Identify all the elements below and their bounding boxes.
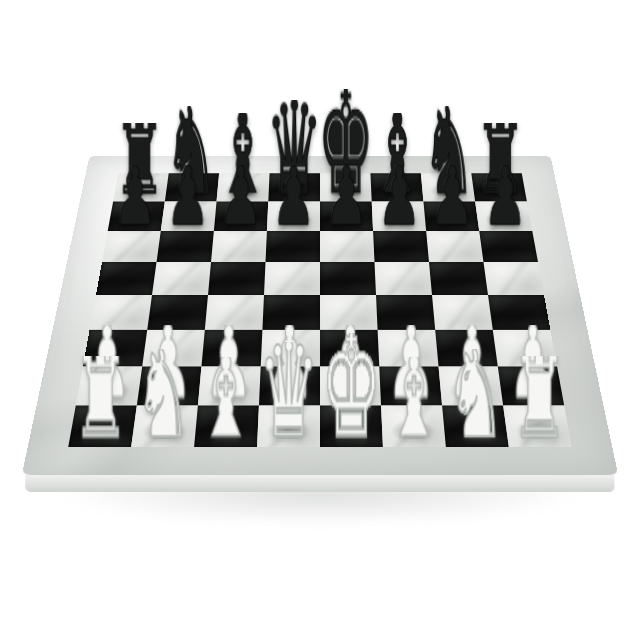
square-f1[interactable]: ♝ [381, 406, 446, 447]
square-e5[interactable] [320, 262, 376, 295]
square-e6[interactable] [320, 231, 374, 262]
square-h7[interactable]: ♟ [475, 201, 532, 231]
square-f5[interactable] [374, 262, 432, 295]
square-h5[interactable] [483, 262, 544, 295]
square-c6[interactable] [211, 231, 267, 262]
chess-set-photo: ♜♞♝♛♚♝♞♜♟♟♟♟♟♟♟♟♟♟♟♟♟♟♟♟♜♞♝♛♚♝♞♜ [0, 0, 640, 640]
square-c5[interactable] [208, 262, 266, 295]
square-b5[interactable] [152, 262, 211, 295]
black-pawn[interactable]: ♟ [383, 166, 628, 227]
board-edge [25, 475, 614, 492]
square-a6[interactable] [102, 231, 161, 262]
square-f6[interactable] [373, 231, 429, 262]
square-c1[interactable]: ♝ [194, 406, 259, 447]
square-h6[interactable] [479, 231, 538, 262]
square-g6[interactable] [426, 231, 483, 262]
chess-board: ♜♞♝♛♚♝♞♜♟♟♟♟♟♟♟♟♟♟♟♟♟♟♟♟♜♞♝♛♚♝♞♜ [22, 156, 618, 475]
board-grid: ♜♞♝♛♚♝♞♜♟♟♟♟♟♟♟♟♟♟♟♟♟♟♟♟♜♞♝♛♚♝♞♜ [68, 173, 572, 447]
white-bishop[interactable]: ♝ [269, 357, 559, 441]
board-border: ♜♞♝♛♚♝♞♜♟♟♟♟♟♟♟♟♟♟♟♟♟♟♟♟♜♞♝♛♚♝♞♜ [22, 156, 618, 475]
square-b6[interactable] [157, 231, 214, 262]
square-a5[interactable] [96, 262, 157, 295]
square-g5[interactable] [429, 262, 488, 295]
square-d6[interactable] [266, 231, 320, 262]
square-d5[interactable] [264, 262, 320, 295]
